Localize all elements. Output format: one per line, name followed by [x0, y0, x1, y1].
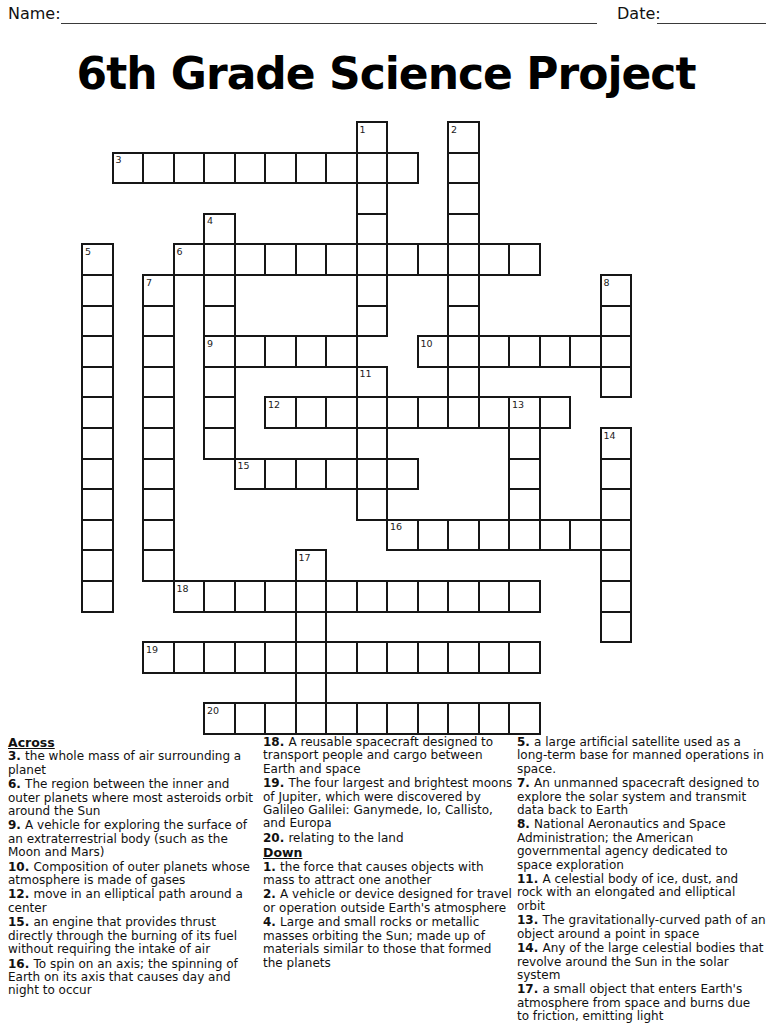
grid-cell-r9c15[interactable] — [540, 397, 571, 428]
grid-cell-r17c3[interactable] — [174, 642, 205, 673]
clue-number: 10. — [8, 860, 33, 874]
clue-14: 14. Any of the large celestial bodies th… — [517, 942, 766, 982]
down-clues-header: Down — [263, 846, 513, 859]
grid-cell-r9c10[interactable] — [387, 397, 418, 428]
grid-cell-r5c9[interactable] — [357, 275, 388, 306]
grid-cell-r6c4[interactable] — [204, 306, 235, 337]
grid-cell-r7c2[interactable] — [143, 336, 174, 367]
clue-number: 15. — [8, 915, 33, 929]
grid-cell-r9c0[interactable] — [82, 397, 113, 428]
grid-cell-r8c9[interactable]: 11 — [357, 367, 388, 398]
grid-cell-r13c13[interactable] — [479, 520, 510, 551]
cell-number: 2 — [451, 124, 457, 135]
clue-column-3: 5. a large artificial satellite used as … — [517, 736, 766, 1024]
grid-cell-r19c7[interactable] — [296, 703, 327, 734]
page-title: 6th Grade Science Project — [0, 48, 772, 99]
cell-number: 16 — [390, 521, 402, 532]
grid-cell-r15c13[interactable] — [479, 581, 510, 612]
grid-cell-r4c5[interactable] — [235, 244, 266, 275]
grid-cell-r1c12[interactable] — [448, 153, 479, 184]
grid-cell-r19c12[interactable] — [448, 703, 479, 734]
grid-cell-r8c0[interactable] — [82, 367, 113, 398]
cell-number: 12 — [268, 399, 280, 410]
clue-5: 5. a large artificial satellite used as … — [517, 736, 766, 776]
grid-cell-r13c17[interactable] — [601, 520, 632, 551]
clue-number: 16. — [8, 957, 33, 971]
grid-cell-r9c6[interactable]: 12 — [265, 397, 296, 428]
grid-cell-r11c9[interactable] — [357, 459, 388, 490]
grid-cell-r9c14[interactable]: 13 — [509, 397, 540, 428]
grid-cell-r19c13[interactable] — [479, 703, 510, 734]
grid-cell-r7c12[interactable] — [448, 336, 479, 367]
grid-cell-r4c14[interactable] — [509, 244, 540, 275]
clue-12: 12. move in an elliptical path around a … — [8, 888, 258, 915]
grid-cell-r10c2[interactable] — [143, 428, 174, 459]
grid-cell-r9c9[interactable] — [357, 397, 388, 428]
grid-cell-r13c0[interactable] — [82, 520, 113, 551]
grid-cell-r11c0[interactable] — [82, 459, 113, 490]
cell-number: 15 — [238, 460, 250, 471]
clue-number: 2. — [263, 887, 280, 901]
grid-cell-r12c0[interactable] — [82, 489, 113, 520]
grid-cell-r11c14[interactable] — [509, 459, 540, 490]
grid-cell-r5c2[interactable]: 7 — [143, 275, 174, 306]
crossword-grid: 1234956781011121314151617181920 — [82, 122, 632, 735]
clue-13: 13. The gravitationally-curved path of a… — [517, 914, 766, 941]
grid-cell-r11c10[interactable] — [387, 459, 418, 490]
grid-cell-r15c0[interactable] — [82, 581, 113, 612]
grid-cell-r0c9[interactable]: 1 — [357, 122, 388, 153]
cell-number: 7 — [146, 277, 152, 288]
cell-number: 19 — [146, 644, 158, 655]
grid-cell-r1c9[interactable] — [357, 153, 388, 184]
grid-cell-r12c2[interactable] — [143, 489, 174, 520]
grid-cell-r6c0[interactable] — [82, 306, 113, 337]
grid-cell-r7c17[interactable] — [601, 336, 632, 367]
clue-3: 3. the whole mass of air surrounding a p… — [8, 750, 258, 777]
grid-cell-r4c3[interactable]: 6 — [174, 244, 205, 275]
clue-10: 10. Composition of outer planets whose a… — [8, 861, 258, 888]
grid-cell-r7c7[interactable] — [296, 336, 327, 367]
grid-cell-r7c11[interactable]: 10 — [418, 336, 449, 367]
grid-cell-r12c9[interactable] — [357, 489, 388, 520]
clue-number: 13. — [517, 913, 542, 927]
grid-cell-r9c8[interactable] — [326, 397, 357, 428]
grid-cell-r10c14[interactable] — [509, 428, 540, 459]
name-label: Name: — [8, 4, 61, 23]
grid-cell-r15c4[interactable] — [204, 581, 235, 612]
clue-18: 18. A reusable spacecraft designed to tr… — [263, 736, 513, 776]
grid-cell-r13c16[interactable] — [570, 520, 601, 551]
clue-number: 5. — [517, 735, 534, 749]
grid-cell-r7c5[interactable] — [235, 336, 266, 367]
grid-cell-r1c10[interactable] — [387, 153, 418, 184]
grid-cell-r4c10[interactable] — [387, 244, 418, 275]
clue-6: 6. The region between the inner and oute… — [8, 778, 258, 818]
grid-cell-r9c4[interactable] — [204, 397, 235, 428]
grid-cell-r7c16[interactable] — [570, 336, 601, 367]
cell-number: 9 — [207, 338, 213, 349]
clue-column-2: 18. A reusable spacecraft designed to tr… — [263, 736, 513, 971]
grid-cell-r5c0[interactable] — [82, 275, 113, 306]
clue-number: 12. — [8, 887, 33, 901]
grid-cell-r3c4[interactable]: 4 — [204, 214, 235, 245]
grid-cell-r2c9[interactable] — [357, 183, 388, 214]
clue-2: 2. A vehicle or device designed for trav… — [263, 888, 513, 915]
clue-8: 8. National Aeronautics and Space Admini… — [517, 818, 766, 872]
clue-9: 9. A vehicle for exploring the surface o… — [8, 819, 258, 859]
grid-cell-r19c10[interactable] — [387, 703, 418, 734]
date-label: Date: — [617, 4, 661, 23]
grid-cell-r17c12[interactable] — [448, 642, 479, 673]
grid-cell-r7c14[interactable] — [509, 336, 540, 367]
cell-number: 13 — [512, 399, 524, 410]
grid-cell-r19c6[interactable] — [265, 703, 296, 734]
grid-cell-r9c2[interactable] — [143, 397, 174, 428]
grid-cell-r15c8[interactable] — [326, 581, 357, 612]
grid-cell-r15c7[interactable] — [296, 581, 327, 612]
grid-cell-r19c4[interactable]: 20 — [204, 703, 235, 734]
grid-cell-r17c13[interactable] — [479, 642, 510, 673]
grid-cell-r19c5[interactable] — [235, 703, 266, 734]
grid-cell-r7c0[interactable] — [82, 336, 113, 367]
grid-cell-r3c9[interactable] — [357, 214, 388, 245]
clue-number: 17. — [517, 982, 542, 996]
grid-cell-r7c13[interactable] — [479, 336, 510, 367]
clue-number: 11. — [517, 872, 542, 886]
cell-number: 18 — [177, 583, 189, 594]
grid-cell-r13c2[interactable] — [143, 520, 174, 551]
grid-cell-r4c13[interactable] — [479, 244, 510, 275]
grid-cell-r17c14[interactable] — [509, 642, 540, 673]
grid-cell-r8c17[interactable] — [601, 367, 632, 398]
grid-cell-r7c8[interactable] — [326, 336, 357, 367]
grid-cell-r10c9[interactable] — [357, 428, 388, 459]
grid-cell-r13c11[interactable] — [418, 520, 449, 551]
grid-cell-r15c3[interactable]: 18 — [174, 581, 205, 612]
grid-cell-r15c5[interactable] — [235, 581, 266, 612]
across-clues-header: Across — [8, 736, 258, 749]
grid-cell-r4c0[interactable]: 5 — [82, 244, 113, 275]
name-blank-line[interactable] — [61, 5, 597, 24]
grid-cell-r5c17[interactable]: 8 — [601, 275, 632, 306]
clue-19: 19. The four largest and brightest moons… — [263, 777, 513, 831]
cell-number: 11 — [360, 368, 372, 379]
cell-number: 1 — [360, 124, 366, 135]
grid-cell-r11c5[interactable]: 15 — [235, 459, 266, 490]
grid-cell-r15c10[interactable] — [387, 581, 418, 612]
grid-cell-r0c12[interactable]: 2 — [448, 122, 479, 153]
grid-cell-r10c4[interactable] — [204, 428, 235, 459]
clue-16: 16. To spin on an axis; the spinning of … — [8, 958, 258, 998]
grid-cell-r12c17[interactable] — [601, 489, 632, 520]
grid-cell-r15c17[interactable] — [601, 581, 632, 612]
grid-cell-r17c9[interactable] — [357, 642, 388, 673]
grid-cell-r3c12[interactable] — [448, 214, 479, 245]
grid-cell-r14c7[interactable]: 17 — [296, 550, 327, 581]
grid-cell-r4c6[interactable] — [265, 244, 296, 275]
cell-number: 6 — [177, 246, 183, 257]
grid-cell-r1c1[interactable]: 3 — [113, 153, 144, 184]
clue-number: 14. — [517, 941, 542, 955]
cell-number: 4 — [207, 215, 213, 226]
grid-cell-r17c8[interactable] — [326, 642, 357, 673]
grid-cell-r4c9[interactable] — [357, 244, 388, 275]
grid-cell-r5c12[interactable] — [448, 275, 479, 306]
cell-number: 20 — [207, 705, 219, 716]
grid-cell-r7c6[interactable] — [265, 336, 296, 367]
grid-cell-r1c5[interactable] — [235, 153, 266, 184]
grid-cell-r17c7[interactable] — [296, 642, 327, 673]
grid-cell-r13c10[interactable]: 16 — [387, 520, 418, 551]
clue-15: 15. an engine that provides thrust direc… — [8, 916, 258, 956]
grid-cell-r16c17[interactable] — [601, 612, 632, 643]
clue-number: 4. — [263, 915, 280, 929]
grid-cell-r6c12[interactable] — [448, 306, 479, 337]
grid-cell-r17c5[interactable] — [235, 642, 266, 673]
clue-number: 3. — [8, 749, 25, 763]
grid-cell-r17c10[interactable] — [387, 642, 418, 673]
grid-cell-r14c17[interactable] — [601, 550, 632, 581]
grid-cell-r15c11[interactable] — [418, 581, 449, 612]
clue-number: 8. — [517, 817, 534, 831]
grid-cell-r1c8[interactable] — [326, 153, 357, 184]
grid-cell-r1c3[interactable] — [174, 153, 205, 184]
grid-cell-r9c13[interactable] — [479, 397, 510, 428]
grid-cell-r17c4[interactable] — [204, 642, 235, 673]
cell-number: 14 — [604, 430, 616, 441]
grid-cell-r6c17[interactable] — [601, 306, 632, 337]
grid-cell-r11c7[interactable] — [296, 459, 327, 490]
clue-20: 20. relating to the land — [263, 832, 513, 845]
grid-cell-r4c11[interactable] — [418, 244, 449, 275]
grid-cell-r1c6[interactable] — [265, 153, 296, 184]
grid-cell-r1c2[interactable] — [143, 153, 174, 184]
grid-cell-r2c12[interactable] — [448, 183, 479, 214]
grid-cell-r8c12[interactable] — [448, 367, 479, 398]
grid-cell-r13c12[interactable] — [448, 520, 479, 551]
clue-number: 18. — [263, 735, 288, 749]
grid-cell-r6c2[interactable] — [143, 306, 174, 337]
grid-cell-r12c14[interactable] — [509, 489, 540, 520]
clue-number: 6. — [8, 777, 25, 791]
grid-cell-r5c4[interactable] — [204, 275, 235, 306]
grid-cell-r7c15[interactable] — [540, 336, 571, 367]
cell-number: 8 — [604, 277, 610, 288]
grid-cell-r11c6[interactable] — [265, 459, 296, 490]
date-blank-line[interactable] — [657, 5, 766, 24]
grid-cell-r6c9[interactable] — [357, 306, 388, 337]
clue-11: 11. A celestial body of ice, dust, and r… — [517, 873, 766, 913]
grid-cell-r8c2[interactable] — [143, 367, 174, 398]
clue-number: 9. — [8, 818, 25, 832]
grid-cell-r4c4[interactable] — [204, 244, 235, 275]
grid-cell-r19c9[interactable] — [357, 703, 388, 734]
clue-4: 4. Large and small rocks or metallic mas… — [263, 916, 513, 970]
grid-cell-r17c11[interactable] — [418, 642, 449, 673]
cell-number: 5 — [85, 246, 91, 257]
grid-cell-r1c4[interactable] — [204, 153, 235, 184]
grid-cell-r17c6[interactable] — [265, 642, 296, 673]
grid-cell-r15c12[interactable] — [448, 581, 479, 612]
cell-number: 10 — [421, 338, 433, 349]
grid-cell-r11c8[interactable] — [326, 459, 357, 490]
grid-cell-r15c9[interactable] — [357, 581, 388, 612]
clue-number: 7. — [517, 776, 534, 790]
grid-cell-r10c0[interactable] — [82, 428, 113, 459]
grid-cell-r19c11[interactable] — [418, 703, 449, 734]
grid-cell-r1c7[interactable] — [296, 153, 327, 184]
grid-cell-r11c17[interactable] — [601, 459, 632, 490]
grid-cell-r19c8[interactable] — [326, 703, 357, 734]
cell-number: 17 — [299, 552, 311, 563]
clue-number: 1. — [263, 860, 280, 874]
grid-cell-r15c6[interactable] — [265, 581, 296, 612]
grid-cell-r19c14[interactable] — [509, 703, 540, 734]
grid-cell-r17c2[interactable]: 19 — [143, 642, 174, 673]
grid-cell-r10c17[interactable]: 14 — [601, 428, 632, 459]
worksheet-page: Name: Date: 6th Grade Science Project 12… — [0, 0, 772, 1024]
cell-number: 3 — [116, 154, 122, 165]
grid-cell-r14c0[interactable] — [82, 550, 113, 581]
grid-cell-r16c7[interactable] — [296, 612, 327, 643]
grid-cell-r4c12[interactable] — [448, 244, 479, 275]
clue-1: 1. the force that causes objects with ma… — [263, 861, 513, 888]
grid-cell-r4c8[interactable] — [326, 244, 357, 275]
clue-7: 7. An unmanned spacecraft designed to ex… — [517, 777, 766, 817]
grid-cell-r11c2[interactable] — [143, 459, 174, 490]
grid-cell-r9c12[interactable] — [448, 397, 479, 428]
clue-17: 17. a small object that enters Earth's a… — [517, 983, 766, 1023]
grid-cell-r4c7[interactable] — [296, 244, 327, 275]
clue-column-1: Across3. the whole mass of air surroundi… — [8, 736, 258, 999]
grid-cell-r9c11[interactable] — [418, 397, 449, 428]
grid-cell-r8c4[interactable] — [204, 367, 235, 398]
grid-cell-r15c14[interactable] — [509, 581, 540, 612]
clue-number: 19. — [263, 776, 288, 790]
clue-number: 20. — [263, 831, 288, 845]
grid-cell-r18c7[interactable] — [296, 673, 327, 704]
grid-cell-r9c7[interactable] — [296, 397, 327, 428]
grid-cell-r7c4[interactable]: 9 — [204, 336, 235, 367]
grid-cell-r13c14[interactable] — [509, 520, 540, 551]
grid-cell-r14c2[interactable] — [143, 550, 174, 581]
grid-cell-r13c15[interactable] — [540, 520, 571, 551]
